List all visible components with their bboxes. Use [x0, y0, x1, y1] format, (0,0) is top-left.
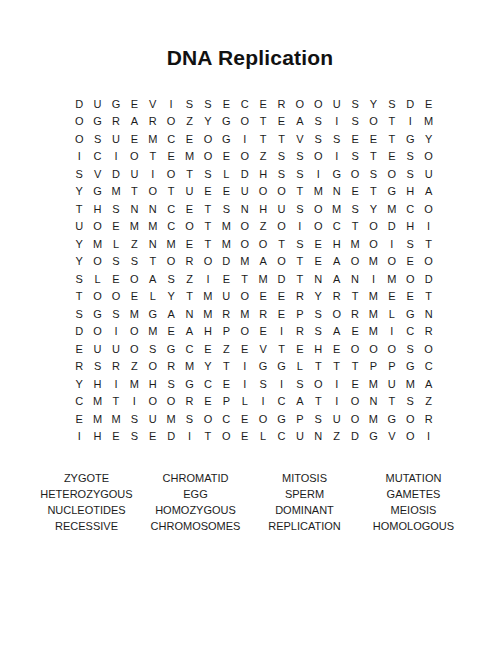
grid-cell: T	[419, 288, 437, 306]
grid-cell: U	[419, 165, 437, 183]
grid-cell: S	[401, 235, 419, 253]
grid-cell: Y	[419, 130, 437, 148]
grid-cell: A	[419, 375, 437, 393]
grid-cell: S	[107, 305, 125, 323]
grid-cell: M	[180, 358, 198, 376]
grid-cell: T	[199, 235, 217, 253]
grid-cell: U	[291, 428, 309, 446]
grid-cell: T	[291, 253, 309, 271]
grid-cell: Y	[70, 375, 88, 393]
grid-cell: L	[383, 305, 401, 323]
grid-cell: O	[88, 253, 106, 271]
grid-cell: Y	[162, 288, 180, 306]
grid-cell: C	[162, 200, 180, 218]
grid-cell: D	[236, 165, 254, 183]
grid-cell: O	[162, 165, 180, 183]
grid-cell: E	[383, 148, 401, 166]
grid-cell: S	[70, 270, 88, 288]
word-list-item: SPERM	[250, 486, 359, 502]
grid-cell: G	[401, 358, 419, 376]
grid-cell: O	[272, 183, 290, 201]
grid-cell: T	[364, 183, 382, 201]
grid-cell: M	[364, 253, 382, 271]
grid-cell: M	[346, 235, 364, 253]
grid-cell: O	[272, 253, 290, 271]
grid-cell: N	[346, 270, 364, 288]
grid-cell: R	[180, 253, 198, 271]
grid-cell: H	[88, 375, 106, 393]
grid-cell: U	[88, 340, 106, 358]
grid-cell: O	[88, 323, 106, 341]
grid-cell: O	[236, 218, 254, 236]
grid-cell: D	[346, 428, 364, 446]
grid-cell: O	[346, 253, 364, 271]
grid-cell: I	[254, 393, 272, 411]
grid-cell: T	[309, 393, 327, 411]
grid-cell: R	[346, 305, 364, 323]
grid-cell: T	[346, 358, 364, 376]
word-list-item: CHROMOSOMES	[141, 518, 250, 534]
grid-cell: T	[180, 165, 198, 183]
grid-cell: O	[107, 288, 125, 306]
grid-cell: O	[327, 305, 345, 323]
grid-cell: T	[144, 148, 162, 166]
grid-cell: S	[309, 113, 327, 131]
grid-cell: T	[272, 235, 290, 253]
grid-cell: E	[217, 270, 235, 288]
grid-cell: M	[236, 305, 254, 323]
grid-cell: I	[236, 130, 254, 148]
grid-cell: S	[291, 235, 309, 253]
grid-cell: E	[291, 340, 309, 358]
grid-cell: R	[217, 305, 235, 323]
grid-cell: M	[217, 235, 235, 253]
grid-cell: G	[401, 305, 419, 323]
grid-cell: O	[309, 375, 327, 393]
grid-cell: I	[401, 113, 419, 131]
grid-cell: U	[327, 95, 345, 113]
grid-cell: E	[419, 95, 437, 113]
grid-cell: O	[70, 113, 88, 131]
grid-cell: E	[401, 253, 419, 271]
grid-cell: H	[199, 323, 217, 341]
grid-cell: A	[254, 253, 272, 271]
grid-cell: A	[419, 183, 437, 201]
grid-cell: S	[254, 375, 272, 393]
grid-cell: O	[199, 410, 217, 428]
word-list-item: MEIOSIS	[359, 502, 468, 518]
puzzle-title: DNA Replication	[0, 47, 500, 68]
grid-cell: E	[180, 130, 198, 148]
grid-cell: D	[70, 323, 88, 341]
grid-cell: S	[291, 200, 309, 218]
grid-cell: M	[364, 288, 382, 306]
word-list: ZYGOTECHROMATIDMITOSISMUTATIONHETEROZYGO…	[32, 470, 468, 534]
grid-cell: O	[309, 95, 327, 113]
grid-cell: S	[401, 165, 419, 183]
grid-cell: O	[236, 235, 254, 253]
grid-cell: C	[162, 218, 180, 236]
grid-cell: I	[162, 95, 180, 113]
grid-cell: U	[70, 218, 88, 236]
grid-cell: L	[144, 288, 162, 306]
grid-cell: Z	[254, 148, 272, 166]
grid-cell: E	[346, 183, 364, 201]
grid-cell: U	[236, 183, 254, 201]
grid-cell: C	[162, 130, 180, 148]
grid-cell: T	[70, 288, 88, 306]
grid-cell: P	[291, 410, 309, 428]
grid-cell: O	[88, 218, 106, 236]
grid-cell: M	[125, 218, 143, 236]
grid-cell: M	[401, 375, 419, 393]
grid-cell: G	[107, 95, 125, 113]
grid-cell: E	[346, 130, 364, 148]
grid-cell: I	[236, 358, 254, 376]
grid-cell: A	[125, 113, 143, 131]
grid-cell: O	[309, 200, 327, 218]
grid-cell: O	[125, 323, 143, 341]
grid-cell: U	[272, 200, 290, 218]
grid-cell: T	[236, 270, 254, 288]
grid-cell: S	[199, 165, 217, 183]
grid-cell: M	[254, 270, 272, 288]
grid-cell: T	[383, 130, 401, 148]
grid-cell: N	[419, 305, 437, 323]
grid-cell: I	[291, 218, 309, 236]
grid-cell: E	[309, 253, 327, 271]
grid-cell: C	[88, 148, 106, 166]
grid-cell: R	[327, 288, 345, 306]
grid-cell: S	[401, 340, 419, 358]
grid-cell: I	[107, 375, 125, 393]
grid-cell: A	[144, 270, 162, 288]
grid-cell: R	[291, 288, 309, 306]
grid-cell: S	[309, 305, 327, 323]
grid-cell: P	[364, 358, 382, 376]
grid-cell: H	[309, 340, 327, 358]
grid-cell: M	[88, 393, 106, 411]
grid-cell: C	[272, 393, 290, 411]
grid-cell: Y	[364, 95, 382, 113]
grid-cell: I	[419, 218, 437, 236]
grid-cell: T	[272, 340, 290, 358]
grid-cell: T	[199, 428, 217, 446]
grid-cell: L	[254, 428, 272, 446]
grid-cell: H	[88, 200, 106, 218]
grid-cell: E	[180, 200, 198, 218]
grid-cell: A	[162, 305, 180, 323]
grid-cell: I	[125, 393, 143, 411]
grid-cell: O	[236, 113, 254, 131]
grid-cell: S	[272, 165, 290, 183]
grid-cell: T	[419, 235, 437, 253]
grid-cell: M	[364, 410, 382, 428]
grid-cell: E	[162, 323, 180, 341]
grid-cell: T	[199, 218, 217, 236]
grid-cell: C	[272, 428, 290, 446]
grid-cell: E	[125, 95, 143, 113]
grid-cell: O	[144, 183, 162, 201]
grid-cell: Z	[327, 428, 345, 446]
grid-cell: E	[383, 288, 401, 306]
grid-cell: C	[217, 410, 235, 428]
grid-cell: H	[401, 183, 419, 201]
grid-cell: M	[162, 410, 180, 428]
grid-cell: S	[199, 95, 217, 113]
grid-cell: L	[107, 235, 125, 253]
grid-cell: E	[162, 148, 180, 166]
grid-cell: C	[401, 323, 419, 341]
grid-cell: N	[236, 200, 254, 218]
grid-cell: O	[401, 428, 419, 446]
grid-cell: E	[272, 113, 290, 131]
grid-cell: E	[346, 375, 364, 393]
grid-cell: Z	[125, 358, 143, 376]
grid-cell: I	[236, 375, 254, 393]
grid-cell: Z	[180, 270, 198, 288]
grid-cell: T	[217, 358, 235, 376]
grid-cell: M	[364, 375, 382, 393]
grid-cell: S	[401, 393, 419, 411]
grid-cell: R	[419, 323, 437, 341]
grid-cell: E	[236, 428, 254, 446]
grid-cell: S	[291, 165, 309, 183]
grid-cell: O	[162, 393, 180, 411]
grid-cell: E	[217, 183, 235, 201]
grid-cell: M	[419, 113, 437, 131]
grid-cell: O	[364, 235, 382, 253]
grid-cell: S	[291, 148, 309, 166]
grid-cell: O	[199, 253, 217, 271]
grid-cell: E	[254, 288, 272, 306]
grid-cell: S	[309, 130, 327, 148]
word-list-item: ZYGOTE	[32, 470, 141, 486]
grid-cell: O	[401, 410, 419, 428]
grid-cell: Z	[180, 113, 198, 131]
grid-cell: C	[70, 393, 88, 411]
grid-cell: P	[217, 323, 235, 341]
grid-cell: T	[70, 200, 88, 218]
grid-cell: G	[401, 130, 419, 148]
grid-cell: S	[346, 113, 364, 131]
grid-cell: P	[383, 358, 401, 376]
grid-cell: R	[272, 95, 290, 113]
grid-cell: E	[401, 288, 419, 306]
grid-cell: S	[107, 253, 125, 271]
grid-cell: M	[364, 305, 382, 323]
grid-cell: S	[88, 130, 106, 148]
grid-cell: L	[236, 393, 254, 411]
grid-cell: G	[88, 113, 106, 131]
word-list-item: HOMOLOGOUS	[359, 518, 468, 534]
grid-cell: E	[70, 410, 88, 428]
grid-cell: O	[346, 340, 364, 358]
grid-cell: O	[309, 148, 327, 166]
grid-cell: E	[254, 95, 272, 113]
grid-cell: G	[364, 428, 382, 446]
grid-cell: E	[144, 428, 162, 446]
grid-cell: E	[327, 340, 345, 358]
grid-cell: P	[291, 305, 309, 323]
grid-cell: T	[383, 113, 401, 131]
grid-cell: S	[70, 305, 88, 323]
grid-cell: E	[309, 235, 327, 253]
grid-cell: R	[254, 305, 272, 323]
grid-cell: H	[144, 375, 162, 393]
grid-cell: M	[107, 183, 125, 201]
grid-cell: M	[383, 270, 401, 288]
grid-cell: S	[346, 148, 364, 166]
grid-cell: A	[327, 270, 345, 288]
grid-cell: A	[291, 393, 309, 411]
grid-cell: E	[217, 95, 235, 113]
grid-cell: M	[236, 253, 254, 271]
grid-cell: O	[236, 323, 254, 341]
grid-cell: O	[217, 428, 235, 446]
grid-cell: A	[291, 113, 309, 131]
grid-cell: O	[419, 200, 437, 218]
grid-cell: S	[180, 95, 198, 113]
grid-cell: I	[199, 270, 217, 288]
grid-cell: A	[180, 323, 198, 341]
grid-cell: O	[419, 340, 437, 358]
grid-cell: I	[70, 148, 88, 166]
grid-cell: E	[125, 288, 143, 306]
grid-cell: M	[88, 410, 106, 428]
grid-cell: R	[162, 358, 180, 376]
grid-cell: M	[364, 323, 382, 341]
grid-cell: O	[291, 95, 309, 113]
grid-cell: O	[364, 218, 382, 236]
grid-cell: O	[162, 113, 180, 131]
grid-cell: S	[401, 148, 419, 166]
grid-cell: R	[107, 358, 125, 376]
grid-cell: N	[309, 428, 327, 446]
grid-cell: C	[419, 358, 437, 376]
grid-cell: Y	[70, 235, 88, 253]
grid-cell: S	[383, 95, 401, 113]
grid-cell: E	[107, 428, 125, 446]
grid-cell: T	[144, 253, 162, 271]
grid-cell: S	[217, 200, 235, 218]
grid-cell: Z	[254, 218, 272, 236]
grid-cell: O	[70, 130, 88, 148]
word-list-item: REPLICATION	[250, 518, 359, 534]
grid-cell: I	[327, 113, 345, 131]
grid-cell: Y	[309, 288, 327, 306]
grid-cell: E	[272, 288, 290, 306]
grid-cell: I	[107, 148, 125, 166]
grid-cell: O	[364, 340, 382, 358]
grid-cell: S	[309, 323, 327, 341]
grid-cell: G	[254, 358, 272, 376]
grid-cell: H	[401, 218, 419, 236]
grid-cell: D	[70, 95, 88, 113]
grid-cell: S	[346, 200, 364, 218]
grid-cell: G	[272, 358, 290, 376]
word-list-item: CHROMATID	[141, 470, 250, 486]
grid-cell: O	[346, 393, 364, 411]
grid-cell: M	[107, 410, 125, 428]
grid-cell: R	[419, 410, 437, 428]
grid-cell: N	[144, 235, 162, 253]
grid-cell: H	[88, 428, 106, 446]
grid-cell: M	[125, 375, 143, 393]
grid-cell: N	[309, 270, 327, 288]
grid-cell: N	[144, 200, 162, 218]
grid-cell: E	[346, 323, 364, 341]
grid-cell: M	[217, 218, 235, 236]
grid-cell: E	[125, 130, 143, 148]
grid-cell: O	[364, 113, 382, 131]
grid-cell: S	[70, 165, 88, 183]
grid-cell: D	[419, 270, 437, 288]
grid-cell: H	[254, 200, 272, 218]
grid-cell: Y	[70, 253, 88, 271]
grid-cell: O	[144, 358, 162, 376]
grid-cell: S	[162, 375, 180, 393]
grid-cell: D	[383, 218, 401, 236]
grid-cell: U	[383, 375, 401, 393]
grid-cell: E	[217, 148, 235, 166]
grid-cell: O	[125, 270, 143, 288]
grid-cell: G	[88, 305, 106, 323]
grid-cell: S	[125, 428, 143, 446]
grid-cell: D	[217, 253, 235, 271]
grid-cell: M	[88, 235, 106, 253]
grid-cell: T	[383, 393, 401, 411]
grid-cell: O	[383, 340, 401, 358]
grid-cell: O	[401, 270, 419, 288]
grid-cell: S	[272, 148, 290, 166]
grid-cell: G	[180, 375, 198, 393]
grid-cell: S	[144, 340, 162, 358]
grid-cell: C	[199, 375, 217, 393]
grid-cell: T	[309, 358, 327, 376]
grid-cell: N	[327, 183, 345, 201]
grid-cell: G	[327, 165, 345, 183]
grid-cell: M	[125, 305, 143, 323]
grid-cell: D	[272, 270, 290, 288]
grid-cell: T	[180, 288, 198, 306]
word-list-item: RECESSIVE	[32, 518, 141, 534]
word-list-item: HOMOZYGOUS	[141, 502, 250, 518]
grid-cell: V	[254, 340, 272, 358]
grid-cell: M	[144, 323, 162, 341]
grid-cell: A	[327, 323, 345, 341]
grid-cell: V	[144, 95, 162, 113]
grid-cell: U	[180, 183, 198, 201]
grid-cell: D	[401, 95, 419, 113]
grid-cell: E	[236, 410, 254, 428]
grid-cell: R	[70, 358, 88, 376]
word-list-item: EGG	[141, 486, 250, 502]
grid-cell: V	[383, 428, 401, 446]
grid-cell: D	[107, 165, 125, 183]
grid-cell: V	[291, 130, 309, 148]
word-list-item: MUTATION	[359, 470, 468, 486]
grid-cell: S	[327, 130, 345, 148]
grid-cell: Y	[364, 200, 382, 218]
grid-cell: G	[217, 130, 235, 148]
grid-cell: U	[107, 130, 125, 148]
grid-cell: H	[327, 235, 345, 253]
grid-cell: M	[144, 130, 162, 148]
grid-cell: R	[144, 113, 162, 131]
grid-cell: O	[199, 130, 217, 148]
grid-cell: E	[217, 375, 235, 393]
